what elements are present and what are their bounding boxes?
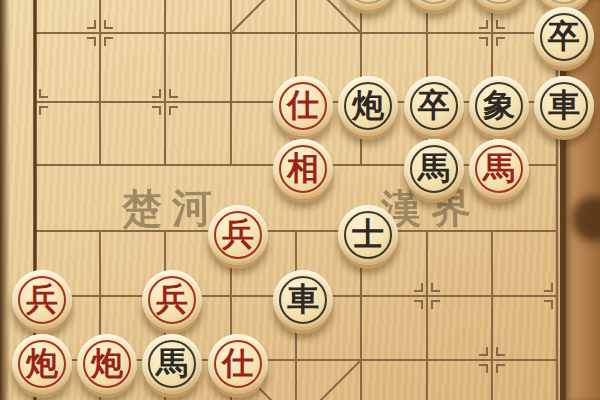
piece-black-cannon[interactable]: 炮: [338, 76, 398, 136]
piece-black-advisor[interactable]: 士: [338, 205, 398, 265]
piece-glyph: 仕: [287, 75, 319, 135]
piece-glyph: 炮: [352, 75, 384, 135]
piece-layer: 卒仕炮卒象車相馬馬兵士兵兵車炮炮馬仕: [0, 0, 600, 400]
piece-glyph: 卒: [548, 6, 580, 66]
piece-black-chariot[interactable]: 車: [273, 270, 333, 330]
piece-red-pawn[interactable]: 兵: [208, 205, 268, 265]
piece-partial-offboard-top[interactable]: [469, 0, 529, 10]
piece-glyph: 炮: [26, 333, 58, 393]
piece-black-elephant[interactable]: 象: [469, 76, 529, 136]
piece-black-horse[interactable]: 馬: [404, 139, 464, 199]
piece-glyph: 相: [287, 138, 319, 198]
piece-glyph: 士: [352, 204, 384, 264]
piece-glyph: 馬: [418, 138, 450, 198]
xiangqi-app: 楚河 漢界 卒仕炮卒象車相馬馬兵士兵兵車炮炮馬仕: [0, 0, 600, 400]
piece-glyph: 兵: [156, 269, 188, 329]
piece-glyph: 卒: [418, 75, 450, 135]
piece-red-pawn[interactable]: 兵: [12, 270, 72, 330]
piece-red-cannon[interactable]: 炮: [77, 334, 137, 394]
piece-partial-offboard-top[interactable]: [404, 0, 464, 10]
piece-black-pawn[interactable]: 卒: [404, 76, 464, 136]
piece-glyph: 馬: [156, 333, 188, 393]
piece-black-horse[interactable]: 馬: [142, 334, 202, 394]
piece-red-elephant[interactable]: 相: [273, 139, 333, 199]
piece-glyph: 車: [548, 75, 580, 135]
piece-red-pawn[interactable]: 兵: [142, 270, 202, 330]
piece-red-advisor[interactable]: 仕: [208, 334, 268, 394]
xiangqi-board: 楚河 漢界 卒仕炮卒象車相馬馬兵士兵兵車炮炮馬仕: [0, 0, 600, 400]
piece-black-pawn[interactable]: 卒: [534, 7, 594, 67]
piece-glyph: 仕: [222, 333, 254, 393]
piece-red-horse[interactable]: 馬: [469, 139, 529, 199]
piece-black-chariot[interactable]: 車: [534, 76, 594, 136]
piece-glyph: 兵: [222, 204, 254, 264]
piece-partial-offboard-top[interactable]: [338, 0, 398, 10]
piece-glyph: 車: [287, 269, 319, 329]
piece-glyph: 炮: [91, 333, 123, 393]
piece-glyph: 兵: [26, 269, 58, 329]
piece-red-advisor[interactable]: 仕: [273, 76, 333, 136]
piece-glyph: 馬: [483, 138, 515, 198]
piece-red-cannon[interactable]: 炮: [12, 334, 72, 394]
piece-glyph: 象: [483, 75, 515, 135]
